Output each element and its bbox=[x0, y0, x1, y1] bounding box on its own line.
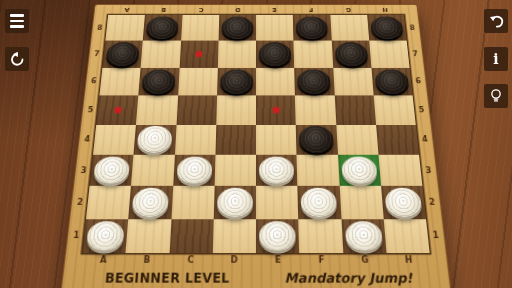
file-label-f: F bbox=[299, 253, 343, 267]
black-man[interactable] bbox=[220, 69, 253, 94]
black-man[interactable] bbox=[374, 69, 409, 94]
square-g3[interactable] bbox=[338, 155, 381, 186]
status-message: Mandatory Jump! bbox=[275, 270, 422, 286]
square-c7[interactable] bbox=[179, 41, 218, 68]
square-h3[interactable] bbox=[378, 155, 422, 186]
white-man[interactable] bbox=[341, 157, 377, 185]
square-c3[interactable] bbox=[173, 155, 215, 186]
white-man[interactable] bbox=[259, 221, 295, 251]
rank-label-7: 7 bbox=[407, 41, 424, 68]
square-a8[interactable] bbox=[105, 15, 145, 41]
square-h8[interactable] bbox=[367, 15, 407, 41]
square-h6[interactable] bbox=[371, 68, 412, 96]
black-man[interactable] bbox=[146, 17, 179, 40]
square-e1[interactable] bbox=[256, 219, 299, 253]
square-h5[interactable] bbox=[373, 96, 415, 125]
file-label-a: A bbox=[108, 5, 146, 15]
black-man[interactable] bbox=[334, 42, 368, 66]
square-f4[interactable] bbox=[296, 124, 338, 154]
square-c8[interactable] bbox=[181, 15, 219, 41]
square-g7[interactable] bbox=[331, 41, 371, 68]
hint-button[interactable] bbox=[484, 84, 508, 108]
square-d3[interactable] bbox=[214, 155, 256, 186]
square-d7[interactable] bbox=[218, 41, 256, 68]
file-label-b: B bbox=[125, 253, 170, 267]
restart-button[interactable] bbox=[5, 47, 29, 71]
black-man[interactable] bbox=[259, 42, 291, 66]
square-f8[interactable] bbox=[293, 15, 331, 41]
file-label-e: E bbox=[256, 253, 300, 267]
white-man[interactable] bbox=[217, 188, 253, 217]
square-f1[interactable] bbox=[298, 219, 342, 253]
square-d1[interactable] bbox=[213, 219, 256, 253]
square-a3[interactable] bbox=[90, 155, 134, 186]
menu-button[interactable] bbox=[5, 9, 29, 33]
files-top: ABCDEFGH bbox=[108, 5, 404, 15]
file-label-e: E bbox=[256, 5, 293, 15]
square-e3[interactable] bbox=[256, 155, 298, 186]
square-a6[interactable] bbox=[99, 68, 140, 96]
square-a5[interactable] bbox=[96, 96, 138, 125]
status-bar: BEGINNER LEVEL Mandatory Jump! bbox=[61, 267, 451, 288]
square-c2[interactable] bbox=[171, 186, 214, 219]
square-a1[interactable] bbox=[82, 219, 128, 253]
square-c1[interactable] bbox=[169, 219, 213, 253]
square-h1[interactable] bbox=[383, 219, 429, 253]
square-b6[interactable] bbox=[139, 68, 180, 96]
file-label-c: C bbox=[168, 253, 212, 267]
file-label-g: G bbox=[329, 5, 367, 15]
black-man[interactable] bbox=[298, 69, 332, 94]
square-f6[interactable] bbox=[294, 68, 334, 96]
info-button[interactable]: i bbox=[484, 47, 508, 71]
file-label-f: F bbox=[293, 5, 330, 15]
square-e6[interactable] bbox=[256, 68, 295, 96]
white-man[interactable] bbox=[86, 221, 125, 251]
square-e4[interactable] bbox=[256, 124, 297, 154]
square-e8[interactable] bbox=[256, 15, 294, 41]
white-man[interactable] bbox=[384, 188, 422, 217]
file-label-d: D bbox=[212, 253, 256, 267]
level-label: BEGINNER LEVEL bbox=[97, 270, 237, 286]
square-d6[interactable] bbox=[217, 68, 256, 96]
undo-icon bbox=[488, 13, 505, 30]
square-h4[interactable] bbox=[376, 124, 419, 154]
square-c5[interactable] bbox=[176, 96, 217, 125]
black-man[interactable] bbox=[142, 69, 176, 94]
square-h7[interactable] bbox=[369, 41, 410, 68]
white-man[interactable] bbox=[132, 188, 169, 217]
black-man[interactable] bbox=[106, 42, 140, 66]
square-c6[interactable] bbox=[178, 68, 218, 96]
file-label-b: B bbox=[145, 5, 183, 15]
white-man[interactable] bbox=[259, 157, 294, 185]
file-label-d: D bbox=[219, 5, 256, 15]
square-b4[interactable] bbox=[134, 124, 176, 154]
white-man[interactable] bbox=[137, 126, 173, 153]
black-man[interactable] bbox=[370, 17, 403, 40]
square-b2[interactable] bbox=[129, 186, 173, 219]
square-e7[interactable] bbox=[256, 41, 294, 68]
square-g8[interactable] bbox=[330, 15, 369, 41]
hint-icon bbox=[488, 87, 504, 105]
restart-icon bbox=[9, 51, 26, 68]
square-a2[interactable] bbox=[86, 186, 131, 219]
square-c4[interactable] bbox=[174, 124, 216, 154]
black-man[interactable] bbox=[299, 126, 334, 153]
menu-icon bbox=[10, 14, 24, 28]
square-g1[interactable] bbox=[341, 219, 386, 253]
jump-target-dot bbox=[114, 107, 121, 113]
square-e2[interactable] bbox=[256, 186, 298, 219]
board-grid bbox=[82, 15, 429, 253]
white-man[interactable] bbox=[93, 157, 130, 185]
square-g5[interactable] bbox=[334, 96, 376, 125]
square-b1[interactable] bbox=[126, 219, 171, 253]
square-b7[interactable] bbox=[141, 41, 181, 68]
info-icon: i bbox=[493, 51, 498, 67]
square-b5[interactable] bbox=[136, 96, 178, 125]
files-bottom: ABCDEFGH bbox=[81, 253, 431, 267]
black-man[interactable] bbox=[221, 17, 253, 40]
undo-button[interactable] bbox=[484, 9, 508, 33]
file-label-h: H bbox=[386, 253, 431, 267]
square-d5[interactable] bbox=[216, 96, 256, 125]
white-man[interactable] bbox=[345, 221, 383, 251]
file-label-c: C bbox=[182, 5, 219, 15]
square-g6[interactable] bbox=[333, 68, 374, 96]
square-e5[interactable] bbox=[256, 96, 296, 125]
jump-target-dot bbox=[196, 51, 203, 57]
square-f7[interactable] bbox=[294, 41, 333, 68]
square-f2[interactable] bbox=[298, 186, 341, 219]
jump-target-dot bbox=[272, 107, 279, 113]
black-man[interactable] bbox=[296, 17, 328, 40]
square-d4[interactable] bbox=[215, 124, 256, 154]
square-h2[interactable] bbox=[381, 186, 426, 219]
square-g4[interactable] bbox=[336, 124, 378, 154]
square-a4[interactable] bbox=[93, 124, 136, 154]
white-man[interactable] bbox=[301, 188, 337, 217]
square-d8[interactable] bbox=[218, 15, 256, 41]
checkers-board: ABCDEFGH 87654321 87654321 ABCDEFGH BEGI… bbox=[61, 5, 451, 288]
square-b3[interactable] bbox=[131, 155, 174, 186]
file-label-g: G bbox=[343, 253, 388, 267]
file-label-h: H bbox=[366, 5, 404, 15]
rank-label-8: 8 bbox=[404, 15, 421, 41]
square-d2[interactable] bbox=[214, 186, 256, 219]
board-frame: ABCDEFGH 87654321 87654321 ABCDEFGH BEGI… bbox=[61, 5, 451, 288]
square-g2[interactable] bbox=[339, 186, 383, 219]
square-a7[interactable] bbox=[102, 41, 143, 68]
square-f5[interactable] bbox=[295, 96, 336, 125]
square-b8[interactable] bbox=[143, 15, 182, 41]
file-label-a: A bbox=[81, 253, 126, 267]
square-f3[interactable] bbox=[297, 155, 339, 186]
white-man[interactable] bbox=[176, 157, 212, 185]
